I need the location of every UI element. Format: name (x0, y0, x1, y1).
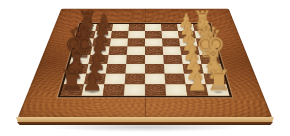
square-a6[interactable] (112, 24, 129, 31)
piece-white-rook[interactable]: ♜ (206, 66, 231, 94)
square-g5[interactable] (125, 74, 145, 85)
square-e4[interactable] (145, 55, 164, 64)
square-c4[interactable] (145, 38, 163, 46)
square-f6[interactable] (106, 64, 126, 74)
square-h7[interactable]: ♟ (82, 84, 105, 95)
square-d3[interactable] (163, 46, 182, 55)
square-g6[interactable] (104, 74, 125, 85)
square-g3[interactable] (165, 74, 186, 85)
square-b3[interactable] (161, 31, 179, 38)
square-b4[interactable] (145, 31, 162, 38)
square-d6[interactable] (109, 46, 128, 55)
square-h8[interactable]: ♜ (61, 84, 85, 95)
square-a5[interactable] (129, 24, 145, 31)
square-h6[interactable] (103, 84, 125, 95)
piece-black-pawn[interactable]: ♟ (82, 71, 103, 94)
square-h4[interactable] (145, 84, 166, 95)
board-front-edge (16, 117, 274, 122)
chess-board: ♜♟♟♜♞♟♟♞♝♟♟♝♛♟♟♛♚♟♟♚♝♟♟♝♞♟♟♞♜♟♟♜ (18, 9, 273, 118)
square-h1[interactable]: ♜ (206, 84, 230, 95)
square-f5[interactable] (125, 64, 145, 74)
square-b6[interactable] (111, 31, 129, 38)
square-f3[interactable] (164, 64, 184, 74)
square-c5[interactable] (127, 38, 145, 46)
square-d5[interactable] (127, 46, 145, 55)
piece-white-pawn[interactable]: ♟ (187, 71, 208, 94)
square-g4[interactable] (145, 74, 165, 85)
scene: ♜♟♟♜♞♟♟♞♝♟♟♝♛♟♟♛♚♟♟♚♝♟♟♝♞♟♟♞♜♟♟♜ (0, 0, 290, 136)
square-f4[interactable] (145, 64, 165, 74)
square-d4[interactable] (145, 46, 163, 55)
square-a3[interactable] (161, 24, 178, 31)
square-e6[interactable] (107, 55, 127, 64)
square-e3[interactable] (163, 55, 183, 64)
square-h2[interactable]: ♟ (186, 84, 209, 95)
square-h5[interactable] (124, 84, 145, 95)
piece-black-rook[interactable]: ♜ (59, 66, 84, 94)
square-c3[interactable] (162, 38, 180, 46)
board-bottom-edge (17, 122, 273, 125)
square-a4[interactable] (145, 24, 161, 31)
square-e5[interactable] (126, 55, 145, 64)
square-c6[interactable] (110, 38, 128, 46)
square-h3[interactable] (165, 84, 187, 95)
square-b5[interactable] (128, 31, 145, 38)
